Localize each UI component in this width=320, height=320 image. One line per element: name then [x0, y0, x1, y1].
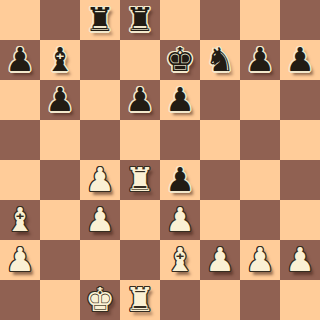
square-b1[interactable] — [40, 280, 80, 320]
white-rook: ♜ — [120, 160, 160, 200]
black-pawn: ♟ — [40, 80, 80, 120]
square-e2[interactable]: ♝ — [160, 240, 200, 280]
white-bishop: ♝ — [0, 200, 40, 240]
white-pawn: ♟ — [160, 200, 200, 240]
black-pawn: ♟ — [240, 40, 280, 80]
square-h1[interactable] — [280, 280, 320, 320]
square-b6[interactable]: ♟ — [40, 80, 80, 120]
white-bishop: ♝ — [160, 240, 200, 280]
square-b3[interactable] — [40, 200, 80, 240]
square-e7[interactable]: ♚ — [160, 40, 200, 80]
square-b8[interactable] — [40, 0, 80, 40]
square-a8[interactable] — [0, 0, 40, 40]
square-b4[interactable] — [40, 160, 80, 200]
square-e8[interactable] — [160, 0, 200, 40]
square-c7[interactable] — [80, 40, 120, 80]
black-pawn: ♟ — [280, 40, 320, 80]
square-d6[interactable]: ♟ — [120, 80, 160, 120]
square-a4[interactable] — [0, 160, 40, 200]
white-pawn: ♟ — [200, 240, 240, 280]
white-pawn: ♟ — [80, 160, 120, 200]
square-d5[interactable] — [120, 120, 160, 160]
square-c1[interactable]: ♚ — [80, 280, 120, 320]
square-e4[interactable]: ♟ — [160, 160, 200, 200]
white-rook: ♜ — [120, 280, 160, 320]
square-e3[interactable]: ♟ — [160, 200, 200, 240]
square-e1[interactable] — [160, 280, 200, 320]
square-d1[interactable]: ♜ — [120, 280, 160, 320]
white-pawn: ♟ — [240, 240, 280, 280]
white-king: ♚ — [80, 280, 120, 320]
square-h8[interactable] — [280, 0, 320, 40]
square-b2[interactable] — [40, 240, 80, 280]
square-e5[interactable] — [160, 120, 200, 160]
black-king: ♚ — [160, 40, 200, 80]
square-c8[interactable]: ♜ — [80, 0, 120, 40]
square-g5[interactable] — [240, 120, 280, 160]
square-c5[interactable] — [80, 120, 120, 160]
black-rook: ♜ — [120, 0, 160, 40]
chess-board: ♜♜♟♝♚♞♟♟♟♟♟♟♜♟♝♟♟♟♝♟♟♟♚♜ — [0, 0, 320, 320]
black-knight: ♞ — [200, 40, 240, 80]
square-f6[interactable] — [200, 80, 240, 120]
square-f4[interactable] — [200, 160, 240, 200]
black-rook: ♜ — [80, 0, 120, 40]
square-f7[interactable]: ♞ — [200, 40, 240, 80]
square-f1[interactable] — [200, 280, 240, 320]
square-g3[interactable] — [240, 200, 280, 240]
square-h2[interactable]: ♟ — [280, 240, 320, 280]
square-d3[interactable] — [120, 200, 160, 240]
white-pawn: ♟ — [0, 240, 40, 280]
square-f8[interactable] — [200, 0, 240, 40]
square-f3[interactable] — [200, 200, 240, 240]
square-d2[interactable] — [120, 240, 160, 280]
square-c2[interactable] — [80, 240, 120, 280]
square-a5[interactable] — [0, 120, 40, 160]
square-a3[interactable]: ♝ — [0, 200, 40, 240]
square-h4[interactable] — [280, 160, 320, 200]
square-h7[interactable]: ♟ — [280, 40, 320, 80]
white-pawn: ♟ — [80, 200, 120, 240]
square-h6[interactable] — [280, 80, 320, 120]
black-pawn: ♟ — [160, 160, 200, 200]
square-g6[interactable] — [240, 80, 280, 120]
square-d4[interactable]: ♜ — [120, 160, 160, 200]
square-g8[interactable] — [240, 0, 280, 40]
square-a7[interactable]: ♟ — [0, 40, 40, 80]
square-b7[interactable]: ♝ — [40, 40, 80, 80]
white-pawn: ♟ — [280, 240, 320, 280]
black-pawn: ♟ — [120, 80, 160, 120]
square-g7[interactable]: ♟ — [240, 40, 280, 80]
square-f5[interactable] — [200, 120, 240, 160]
square-a2[interactable]: ♟ — [0, 240, 40, 280]
square-f2[interactable]: ♟ — [200, 240, 240, 280]
square-b5[interactable] — [40, 120, 80, 160]
square-c6[interactable] — [80, 80, 120, 120]
square-h5[interactable] — [280, 120, 320, 160]
square-d7[interactable] — [120, 40, 160, 80]
square-c3[interactable]: ♟ — [80, 200, 120, 240]
square-e6[interactable]: ♟ — [160, 80, 200, 120]
square-g4[interactable] — [240, 160, 280, 200]
square-c4[interactable]: ♟ — [80, 160, 120, 200]
square-h3[interactable] — [280, 200, 320, 240]
square-d8[interactable]: ♜ — [120, 0, 160, 40]
black-bishop: ♝ — [40, 40, 80, 80]
black-pawn: ♟ — [0, 40, 40, 80]
square-g1[interactable] — [240, 280, 280, 320]
square-g2[interactable]: ♟ — [240, 240, 280, 280]
square-a6[interactable] — [0, 80, 40, 120]
square-a1[interactable] — [0, 280, 40, 320]
black-pawn: ♟ — [160, 80, 200, 120]
